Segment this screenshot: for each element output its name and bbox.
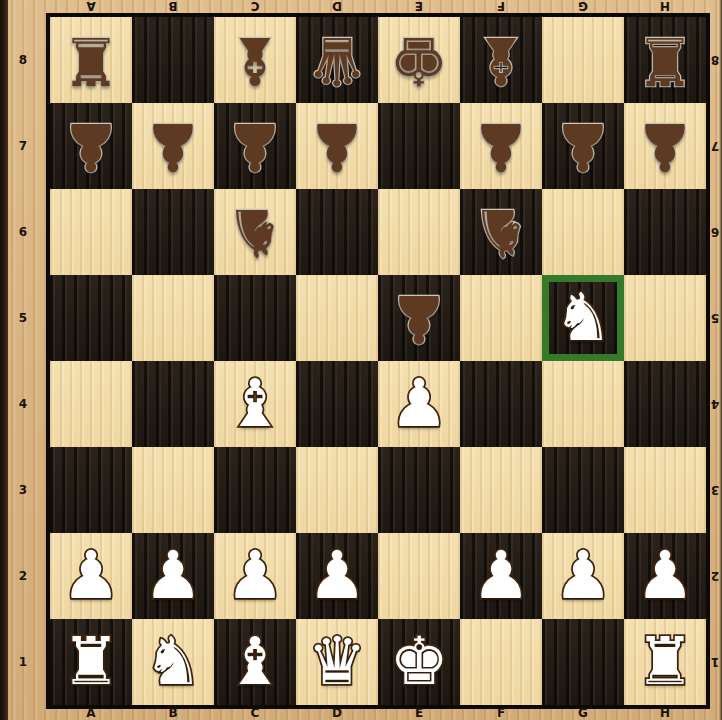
- piece-white-pawn-d2[interactable]: ♟: [296, 533, 378, 619]
- square-c6[interactable]: ♞: [214, 189, 296, 275]
- square-f6[interactable]: ♞: [460, 189, 542, 275]
- square-c5[interactable]: [214, 275, 296, 361]
- square-g4[interactable]: [542, 361, 624, 447]
- piece-white-bishop-c1[interactable]: ♝: [214, 619, 296, 705]
- piece-white-pawn-a2[interactable]: ♟: [50, 533, 132, 619]
- file-label-top-f: F: [460, 0, 542, 13]
- square-c7[interactable]: ♟: [214, 103, 296, 189]
- file-label-top-g: G: [542, 0, 624, 13]
- square-f1[interactable]: [460, 619, 542, 705]
- square-f3[interactable]: [460, 447, 542, 533]
- square-d8[interactable]: ♛: [296, 17, 378, 103]
- piece-black-rook-h8[interactable]: ♜: [624, 17, 706, 103]
- square-d6[interactable]: [296, 189, 378, 275]
- square-d2[interactable]: ♟: [296, 533, 378, 619]
- piece-white-pawn-c2[interactable]: ♟: [214, 533, 296, 619]
- square-f8[interactable]: ♝: [460, 17, 542, 103]
- square-e2[interactable]: [378, 533, 460, 619]
- file-label-top-b: B: [132, 0, 214, 13]
- piece-white-knight-g5[interactable]: ♞: [542, 275, 624, 361]
- file-label-top-e: E: [378, 0, 460, 13]
- square-d1[interactable]: ♛: [296, 619, 378, 705]
- square-b5[interactable]: [132, 275, 214, 361]
- square-h8[interactable]: ♜: [624, 17, 706, 103]
- square-d3[interactable]: [296, 447, 378, 533]
- piece-white-pawn-g2[interactable]: ♟: [542, 533, 624, 619]
- square-c3[interactable]: [214, 447, 296, 533]
- piece-black-queen-d8[interactable]: ♛: [296, 17, 378, 103]
- square-d7[interactable]: ♟: [296, 103, 378, 189]
- square-a2[interactable]: ♟: [50, 533, 132, 619]
- chess-board[interactable]: ♜♝♛♚♝♜♟♟♟♟♟♟♟♞♞♟♞♝♟♟♟♟♟♟♟♟♜♞♝♛♚♜: [46, 13, 710, 709]
- square-a4[interactable]: [50, 361, 132, 447]
- square-e8[interactable]: ♚: [378, 17, 460, 103]
- square-b2[interactable]: ♟: [132, 533, 214, 619]
- square-c4[interactable]: ♝: [214, 361, 296, 447]
- square-h3[interactable]: [624, 447, 706, 533]
- square-e4[interactable]: ♟: [378, 361, 460, 447]
- square-a5[interactable]: [50, 275, 132, 361]
- chess-board-frame: ♜♝♛♚♝♜♟♟♟♟♟♟♟♞♞♟♞♝♟♟♟♟♟♟♟♟♜♞♝♛♚♜ AABBCCD…: [0, 0, 722, 720]
- piece-black-pawn-d7[interactable]: ♟: [296, 103, 378, 189]
- piece-black-pawn-g7[interactable]: ♟: [542, 103, 624, 189]
- piece-white-pawn-e4[interactable]: ♟: [378, 361, 460, 447]
- square-e7[interactable]: [378, 103, 460, 189]
- file-label-top-c: C: [214, 0, 296, 13]
- piece-white-bishop-c4[interactable]: ♝: [214, 361, 296, 447]
- file-label-top-h: H: [624, 0, 706, 13]
- piece-white-king-e1[interactable]: ♚: [378, 619, 460, 705]
- square-a8[interactable]: ♜: [50, 17, 132, 103]
- file-label-top-d: D: [296, 0, 378, 13]
- piece-white-knight-b1[interactable]: ♞: [132, 619, 214, 705]
- piece-black-rook-a8[interactable]: ♜: [50, 17, 132, 103]
- piece-white-rook-a1[interactable]: ♜: [50, 619, 132, 705]
- square-f7[interactable]: ♟: [460, 103, 542, 189]
- square-c1[interactable]: ♝: [214, 619, 296, 705]
- piece-black-pawn-a7[interactable]: ♟: [50, 103, 132, 189]
- square-h5[interactable]: [624, 275, 706, 361]
- square-g8[interactable]: [542, 17, 624, 103]
- piece-white-pawn-b2[interactable]: ♟: [132, 533, 214, 619]
- square-h1[interactable]: ♜: [624, 619, 706, 705]
- square-g1[interactable]: [542, 619, 624, 705]
- piece-black-bishop-c8[interactable]: ♝: [214, 17, 296, 103]
- square-g6[interactable]: [542, 189, 624, 275]
- piece-black-knight-c6[interactable]: ♞: [214, 189, 296, 275]
- piece-black-pawn-e5[interactable]: ♟: [378, 275, 460, 361]
- square-h6[interactable]: [624, 189, 706, 275]
- square-g2[interactable]: ♟: [542, 533, 624, 619]
- piece-black-pawn-b7[interactable]: ♟: [132, 103, 214, 189]
- piece-black-pawn-c7[interactable]: ♟: [214, 103, 296, 189]
- piece-white-rook-h1[interactable]: ♜: [624, 619, 706, 705]
- square-h4[interactable]: [624, 361, 706, 447]
- square-b4[interactable]: [132, 361, 214, 447]
- square-h2[interactable]: ♟: [624, 533, 706, 619]
- square-c2[interactable]: ♟: [214, 533, 296, 619]
- square-e1[interactable]: ♚: [378, 619, 460, 705]
- piece-black-king-e8[interactable]: ♚: [378, 17, 460, 103]
- piece-white-pawn-f2[interactable]: ♟: [460, 533, 542, 619]
- square-g5-last-move-highlight[interactable]: ♞: [542, 275, 624, 361]
- piece-white-pawn-h2[interactable]: ♟: [624, 533, 706, 619]
- file-label-top-a: A: [50, 0, 132, 13]
- square-f5[interactable]: [460, 275, 542, 361]
- square-b3[interactable]: [132, 447, 214, 533]
- square-a6[interactable]: [50, 189, 132, 275]
- square-g3[interactable]: [542, 447, 624, 533]
- square-g7[interactable]: ♟: [542, 103, 624, 189]
- square-b1[interactable]: ♞: [132, 619, 214, 705]
- square-b7[interactable]: ♟: [132, 103, 214, 189]
- square-d5[interactable]: [296, 275, 378, 361]
- square-a3[interactable]: [50, 447, 132, 533]
- piece-black-knight-f6[interactable]: ♞: [460, 189, 542, 275]
- square-f4[interactable]: [460, 361, 542, 447]
- square-a1[interactable]: ♜: [50, 619, 132, 705]
- square-e3[interactable]: [378, 447, 460, 533]
- piece-black-bishop-f8[interactable]: ♝: [460, 17, 542, 103]
- square-f2[interactable]: ♟: [460, 533, 542, 619]
- square-b6[interactable]: [132, 189, 214, 275]
- square-e5[interactable]: ♟: [378, 275, 460, 361]
- square-h7[interactable]: ♟: [624, 103, 706, 189]
- board-left-wood-edge: [0, 0, 8, 720]
- piece-black-pawn-f7[interactable]: ♟: [460, 103, 542, 189]
- square-e6[interactable]: [378, 189, 460, 275]
- square-c8[interactable]: ♝: [214, 17, 296, 103]
- piece-black-pawn-h7[interactable]: ♟: [624, 103, 706, 189]
- square-d4[interactable]: [296, 361, 378, 447]
- piece-white-queen-d1[interactable]: ♛: [296, 619, 378, 705]
- square-b8[interactable]: [132, 17, 214, 103]
- square-a7[interactable]: ♟: [50, 103, 132, 189]
